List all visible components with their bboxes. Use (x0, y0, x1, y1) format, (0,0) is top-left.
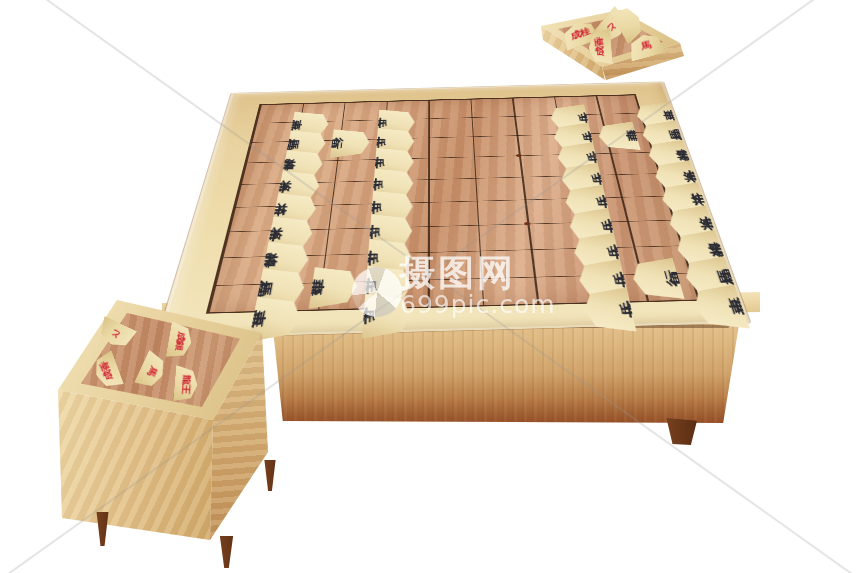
table-leg (663, 418, 697, 445)
stand-leg (217, 536, 236, 568)
shogi-piece-left: 角行 (330, 128, 371, 159)
star-point (516, 154, 522, 157)
shogi-piece-right: 角行 (628, 257, 684, 301)
stand-leg (262, 460, 278, 491)
shogi-piece-right: 飛車 (595, 121, 640, 151)
shogi-table-top: 香車桂馬銀将金将玉将金将銀将桂馬香車角行飛車歩兵歩兵歩兵歩兵歩兵歩兵歩兵歩兵歩兵… (157, 82, 750, 338)
star-point (524, 222, 531, 225)
shogi-piece-left: 飛車 (309, 265, 359, 309)
shogi-photo: 香車桂馬銀将金将玉将金将銀将桂馬香車角行飛車歩兵歩兵歩兵歩兵歩兵歩兵歩兵歩兵歩兵… (0, 0, 860, 573)
board-plane: 香車桂馬銀将金将玉将金将銀将桂馬香車角行飛車歩兵歩兵歩兵歩兵歩兵歩兵歩兵歩兵歩兵… (206, 94, 700, 313)
